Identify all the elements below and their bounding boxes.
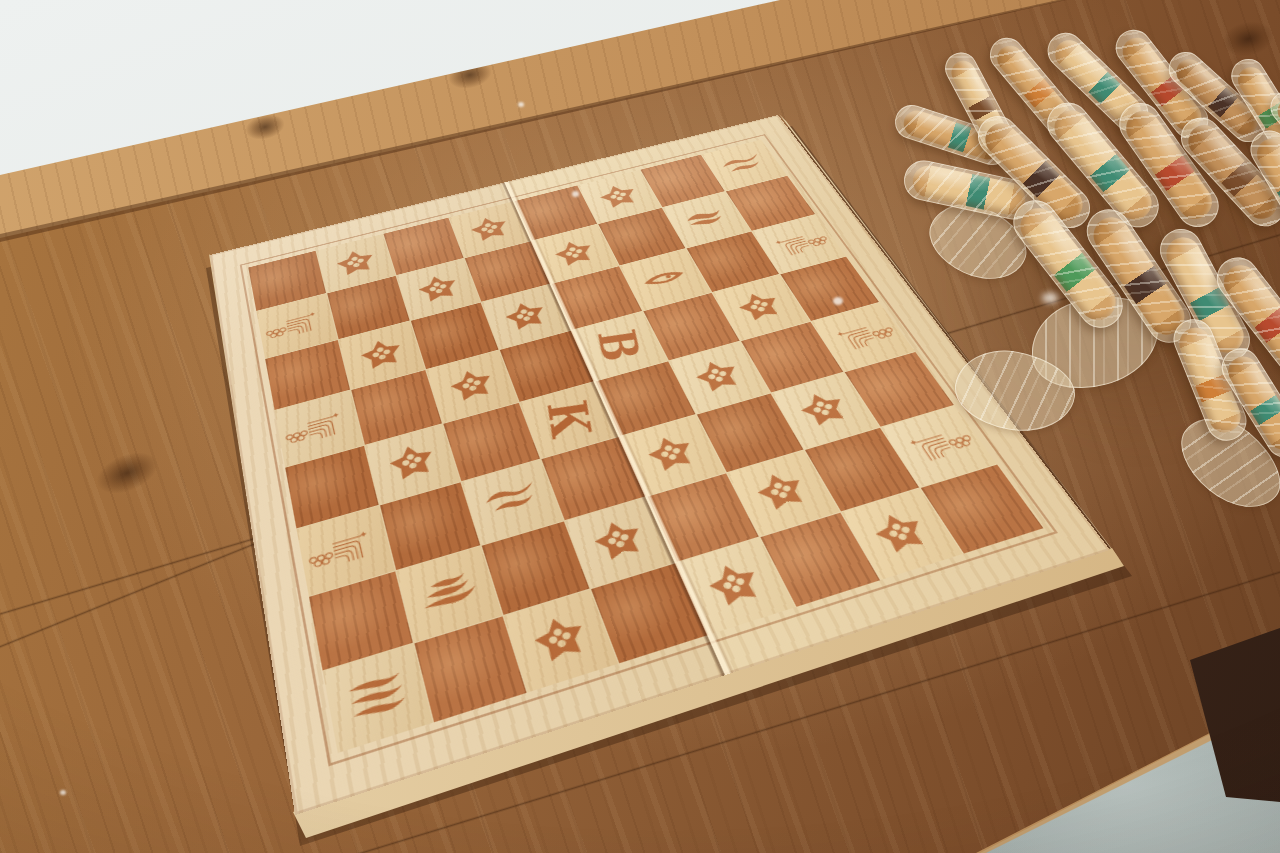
- dust-speck: [518, 102, 524, 107]
- dust-speck: [1042, 293, 1058, 303]
- dust-speck: [60, 790, 66, 795]
- dust-speck: [833, 297, 843, 305]
- photo-scene: ВК: [0, 0, 1280, 853]
- wrapped-pieces-pile: [0, 0, 1280, 853]
- dust-speck: [572, 191, 579, 197]
